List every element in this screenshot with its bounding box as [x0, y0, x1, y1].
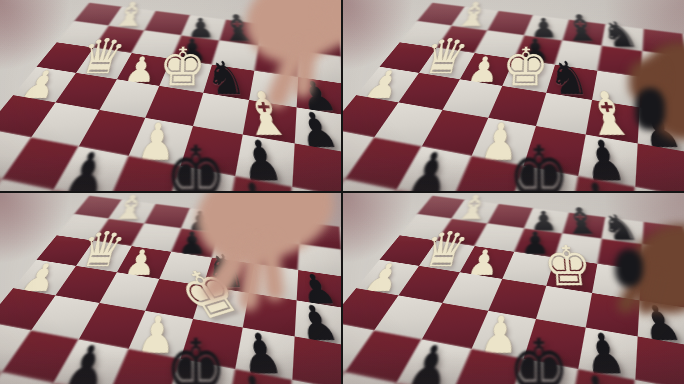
board-square: ♚ — [509, 359, 579, 384]
video-frame-3[interactable]: ♝♟♝♞♟♛♟♞♟♟♚♟♟♟♟♚♟ — [0, 193, 341, 384]
chess-piece-black-king: ♚ — [505, 329, 575, 384]
chess-piece-black-king: ♚ — [162, 136, 232, 191]
board-square: ♚ — [166, 359, 236, 384]
storyboard-grid: ♝♟♝♞♟♛♟♚♞♟♟♝♟♟♟♟♚♟♝♟♝♞♟♛♟♚♞♟♟♝♟♟♟♟♚♟♝♟♝♞… — [0, 0, 684, 384]
chess-piece-black-king: ♚ — [162, 329, 232, 384]
video-frame-1[interactable]: ♝♟♝♞♟♛♟♚♞♟♟♝♟♟♟♟♚♟ — [0, 0, 341, 191]
video-frame-2[interactable]: ♝♟♝♞♟♛♟♚♞♟♟♝♟♟♟♟♚♟ — [343, 0, 684, 191]
board-square: ♚ — [509, 166, 579, 191]
chess-board: ♝♟♝♞♟♛♟♚♟♟♟♟♟♟♚♟ — [343, 196, 684, 384]
video-frame-4[interactable]: ♝♟♝♞♟♛♟♚♟♟♟♟♟♟♚♟ — [343, 193, 684, 384]
chess-board: ♝♟♝♞♟♛♟♚♞♟♟♝♟♟♟♟♚♟ — [0, 3, 341, 191]
chess-piece-black-king: ♚ — [505, 136, 575, 191]
board-square — [292, 336, 341, 384]
board-square — [635, 336, 684, 384]
chess-board: ♝♟♝♞♟♛♟♞♟♟♚♟♟♟♟♚♟ — [0, 196, 341, 384]
board-square — [635, 143, 684, 191]
board-square — [292, 143, 341, 191]
chess-board: ♝♟♝♞♟♛♟♚♞♟♟♝♟♟♟♟♚♟ — [343, 3, 684, 191]
board-square: ♚ — [166, 166, 236, 191]
